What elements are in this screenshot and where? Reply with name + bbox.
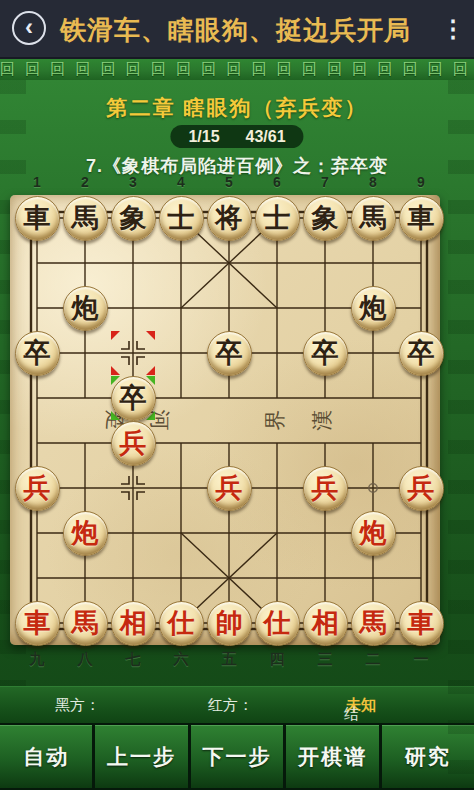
- file-label: 六: [169, 650, 193, 669]
- piece-red-general[interactable]: 帥: [207, 601, 252, 646]
- piece-red-advisor[interactable]: 仕: [255, 601, 300, 646]
- piece-red-soldier[interactable]: 兵: [207, 466, 252, 511]
- file-label: 九: [25, 650, 49, 669]
- piece-black-general[interactable]: 将: [207, 196, 252, 241]
- progress-pill: 1/15 43/61: [170, 125, 303, 148]
- piece-black-horse[interactable]: 馬: [351, 196, 396, 241]
- file-label: 四: [265, 650, 289, 669]
- app-screen: ‹ 铁滑车、瞎眼狗、挺边兵开局 ⋮ 回 回 回 回 回 回 回 回 回 回 回 …: [0, 0, 474, 790]
- file-label: 7: [313, 174, 337, 190]
- xiangqi-board[interactable]: 楚河界漢 車馬象士将士象馬車炮炮卒卒卒卒卒兵兵兵兵兵炮炮車馬相仕帥仕相馬車: [10, 195, 440, 645]
- menu-button[interactable]: ⋮: [438, 14, 468, 44]
- piece-red-chariot[interactable]: 車: [399, 601, 444, 646]
- piece-black-cannon[interactable]: 炮: [351, 286, 396, 331]
- piece-red-elephant[interactable]: 相: [303, 601, 348, 646]
- file-label: 2: [73, 174, 97, 190]
- board-grid: 楚河界漢: [10, 195, 440, 645]
- piece-red-soldier[interactable]: 兵: [111, 421, 156, 466]
- file-label: 三: [313, 650, 337, 669]
- piece-red-cannon[interactable]: 炮: [63, 511, 108, 556]
- file-label: 1: [25, 174, 49, 190]
- file-label: 一: [409, 650, 433, 669]
- piece-red-cannon[interactable]: 炮: [351, 511, 396, 556]
- red-player-label: 红方：: [208, 696, 253, 715]
- back-icon: ‹: [25, 13, 33, 40]
- control-bar: 自动 上一步 下一步 开棋谱 研究: [0, 723, 474, 790]
- prev-move-button[interactable]: 上一步: [95, 725, 187, 788]
- file-label: 3: [121, 174, 145, 190]
- piece-black-soldier[interactable]: 卒: [399, 331, 444, 376]
- file-label: 二: [361, 650, 385, 669]
- piece-black-advisor[interactable]: 士: [255, 196, 300, 241]
- piece-black-cannon[interactable]: 炮: [63, 286, 108, 331]
- file-label: 七: [121, 650, 145, 669]
- research-button[interactable]: 研究: [382, 725, 474, 788]
- piece-black-horse[interactable]: 馬: [63, 196, 108, 241]
- piece-black-soldier[interactable]: 卒: [111, 376, 156, 421]
- piece-black-chariot[interactable]: 車: [15, 196, 60, 241]
- piece-black-elephant[interactable]: 象: [303, 196, 348, 241]
- next-move-button[interactable]: 下一步: [191, 725, 283, 788]
- river-text: 界: [263, 410, 287, 431]
- meander-border: 回 回 回 回 回 回 回 回 回 回 回 回 回 回 回 回 回 回 回 回 …: [0, 57, 474, 80]
- content: 第二章 瞎眼狗（弃兵变） 1/15 43/61 7.《象棋布局陷进百例》之：弃卒…: [0, 80, 474, 790]
- open-book-button[interactable]: 开棋谱: [286, 725, 378, 788]
- more-options-icon: ⋮: [441, 15, 465, 42]
- piece-red-advisor[interactable]: 仕: [159, 601, 204, 646]
- result: 结果：未知: [344, 696, 376, 715]
- river-text: 漢: [310, 410, 334, 431]
- piece-red-elephant[interactable]: 相: [111, 601, 156, 646]
- piece-black-soldier[interactable]: 卒: [207, 331, 252, 376]
- status-bar: 黑方： 红方： 结果：未知: [0, 686, 474, 723]
- auto-play-button[interactable]: 自动: [0, 725, 92, 788]
- black-player-label: 黑方：: [55, 696, 100, 715]
- move-progress: 43/61: [246, 128, 286, 146]
- piece-black-soldier[interactable]: 卒: [15, 331, 60, 376]
- file-label: 五: [217, 650, 241, 669]
- title-bar: ‹ 铁滑车、瞎眼狗、挺边兵开局 ⋮: [0, 0, 474, 57]
- file-label: 八: [73, 650, 97, 669]
- piece-red-soldier[interactable]: 兵: [399, 466, 444, 511]
- piece-black-elephant[interactable]: 象: [111, 196, 156, 241]
- piece-red-chariot[interactable]: 車: [15, 601, 60, 646]
- file-label: 9: [409, 174, 433, 190]
- chapter-progress: 1/15: [188, 128, 219, 146]
- chapter-title: 第二章 瞎眼狗（弃兵变）: [0, 94, 474, 122]
- back-button[interactable]: ‹: [12, 11, 46, 45]
- piece-red-soldier[interactable]: 兵: [303, 466, 348, 511]
- piece-red-horse[interactable]: 馬: [63, 601, 108, 646]
- file-label: 5: [217, 174, 241, 190]
- piece-black-chariot[interactable]: 車: [399, 196, 444, 241]
- last-move-from-marker: [111, 331, 155, 375]
- piece-black-soldier[interactable]: 卒: [303, 331, 348, 376]
- file-label: 6: [265, 174, 289, 190]
- piece-black-advisor[interactable]: 士: [159, 196, 204, 241]
- piece-red-horse[interactable]: 馬: [351, 601, 396, 646]
- file-label: 4: [169, 174, 193, 190]
- file-label: 8: [361, 174, 385, 190]
- page-title: 铁滑车、瞎眼狗、挺边兵开局: [60, 13, 420, 48]
- piece-red-soldier[interactable]: 兵: [15, 466, 60, 511]
